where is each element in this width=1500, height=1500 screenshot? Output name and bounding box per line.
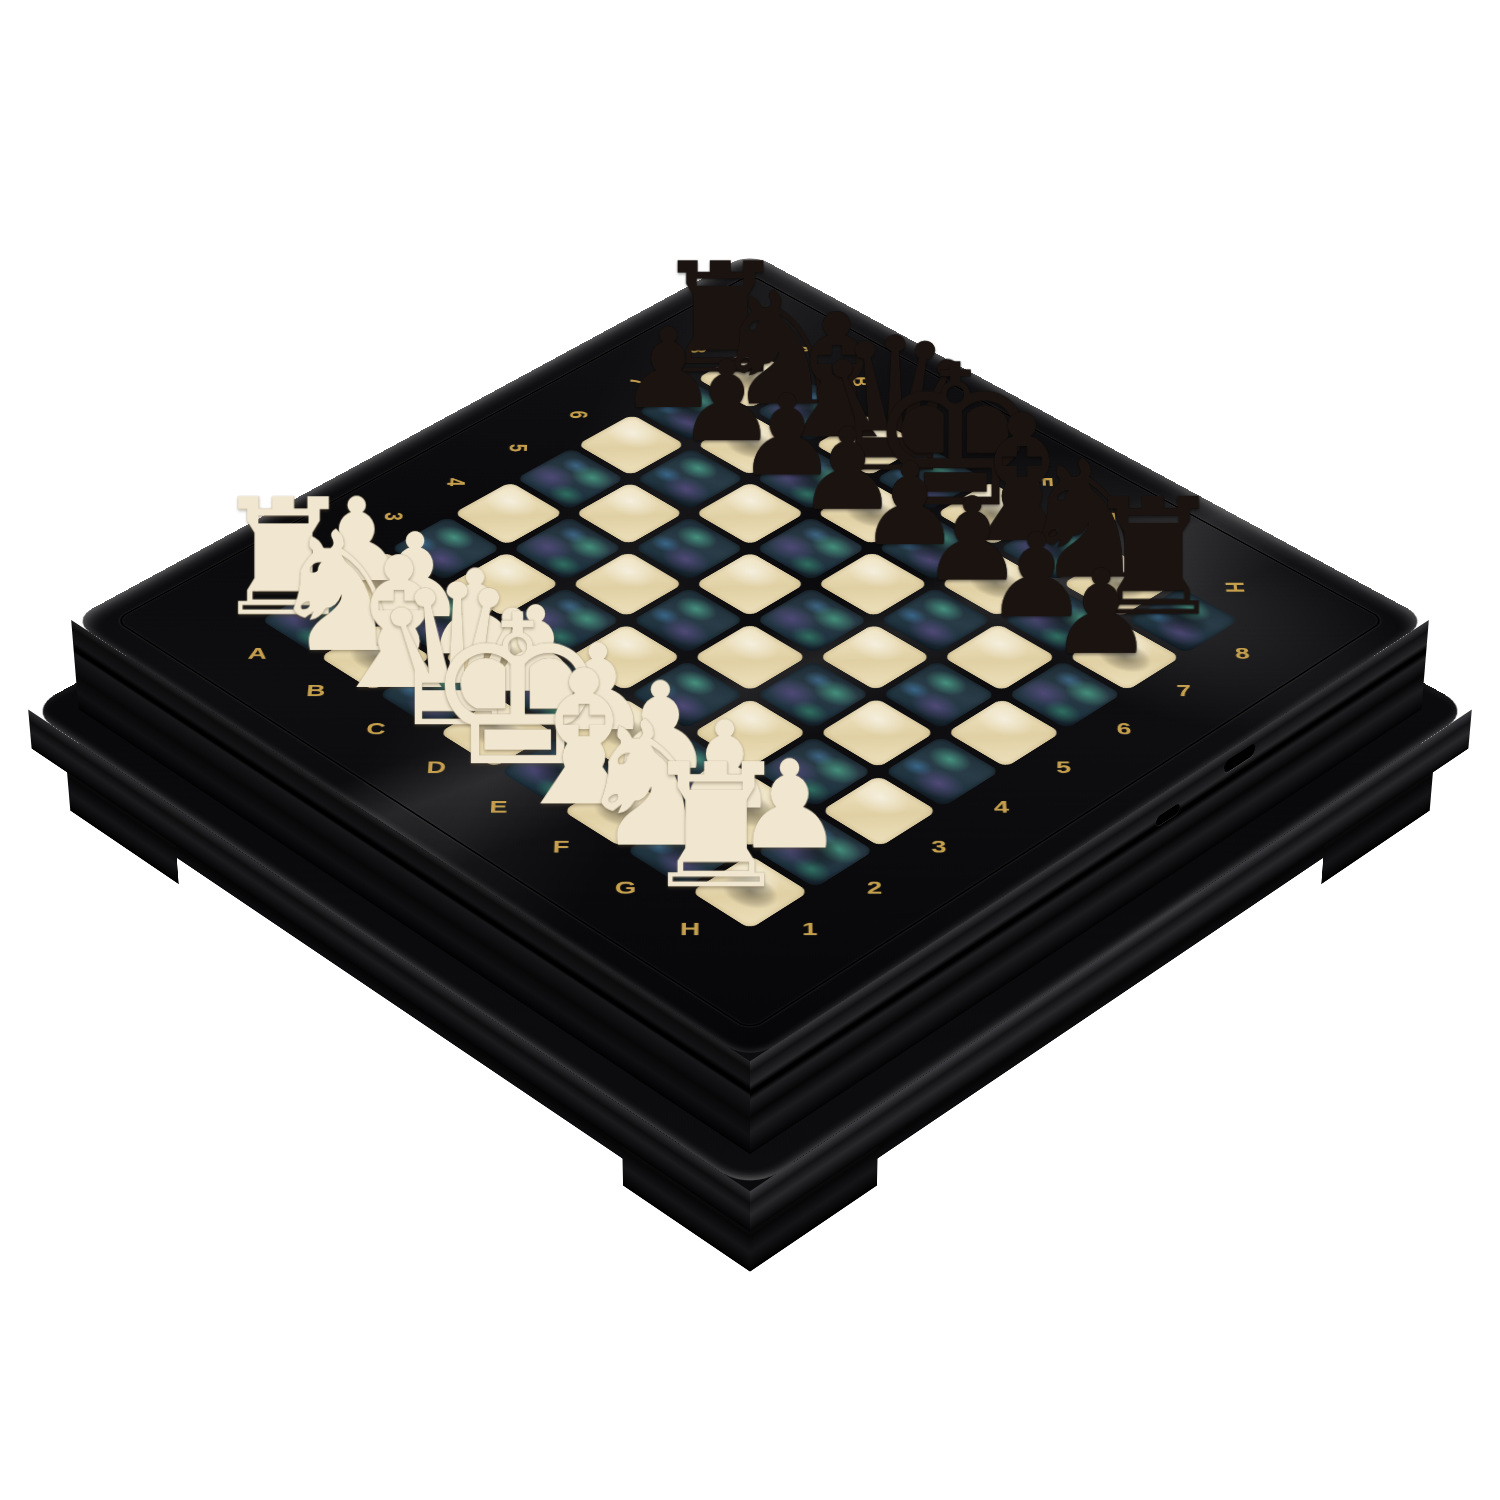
chess-box: ♜♞♝♛♚♝♞♜♟♟♟♟♟♟♟♟♟♟♟♟♟♟♟♟♜♞♝♛♚♝♞♜ 8877665… (71, 253, 1429, 1061)
white-rook-glyph: ♜ (599, 742, 834, 913)
scene: ♜♞♝♛♚♝♞♜♟♟♟♟♟♟♟♟♟♟♟♟♟♟♟♟♜♞♝♛♚♝♞♜ 8877665… (0, 0, 1500, 1500)
black-pawn-glyph: ♟ (990, 554, 1213, 671)
rank-label-right-4: 4 (978, 797, 1025, 816)
lid-lift-notch-small[interactable] (1156, 802, 1180, 827)
